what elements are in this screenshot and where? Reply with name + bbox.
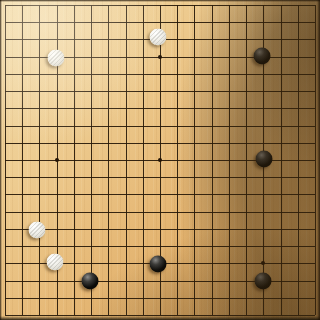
grid-line-vertical xyxy=(229,5,230,315)
grid-line-horizontal xyxy=(5,298,315,299)
grid-line-vertical xyxy=(298,5,299,315)
grid-line-vertical xyxy=(212,5,213,315)
grid-line-horizontal xyxy=(5,315,315,316)
hoshi-star-point xyxy=(158,158,162,162)
stone-black-q3[interactable] xyxy=(255,272,272,289)
hoshi-star-point xyxy=(55,158,59,162)
grid-line-vertical xyxy=(281,5,282,315)
grid-line-horizontal xyxy=(5,229,315,230)
go-board[interactable] xyxy=(0,0,320,320)
stone-white-d16[interactable] xyxy=(47,49,64,66)
stone-white-c6[interactable] xyxy=(29,221,46,238)
grid-line-vertical xyxy=(246,5,247,315)
grid-line-vertical xyxy=(177,5,178,315)
stone-white-k17[interactable] xyxy=(150,29,167,46)
grid-line-horizontal xyxy=(5,212,315,213)
stone-white-d4[interactable] xyxy=(46,254,63,271)
grid-line-horizontal xyxy=(5,177,315,178)
stone-black-k4[interactable] xyxy=(150,256,167,273)
go-board-frame xyxy=(0,0,320,320)
stone-black-q16[interactable] xyxy=(254,47,271,64)
hoshi-star-point xyxy=(261,261,265,265)
grid-line-vertical xyxy=(194,5,195,315)
hoshi-star-point xyxy=(158,55,162,59)
grid-line-vertical xyxy=(315,5,316,315)
grid-line-horizontal xyxy=(5,194,315,195)
grid-line-horizontal xyxy=(5,246,315,247)
stone-black-f3[interactable] xyxy=(82,272,99,289)
stone-black-q10[interactable] xyxy=(256,151,273,168)
